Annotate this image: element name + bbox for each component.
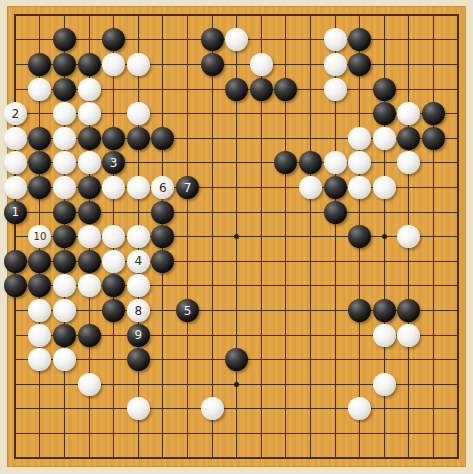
stone-black bbox=[127, 348, 150, 371]
stone-white bbox=[324, 151, 347, 174]
go-board[interactable]: 23671104859 bbox=[7, 6, 466, 467]
move-number-label: 5 bbox=[184, 305, 192, 317]
stone-white bbox=[102, 53, 125, 76]
stone-white bbox=[53, 127, 76, 150]
stone-black bbox=[127, 127, 150, 150]
stone-black bbox=[53, 53, 76, 76]
stone-white bbox=[299, 176, 322, 199]
stone-white bbox=[324, 78, 347, 101]
stone-black-move-5: 5 bbox=[176, 299, 199, 322]
stone-black bbox=[250, 78, 273, 101]
stone-black bbox=[151, 201, 174, 224]
stone-black bbox=[225, 348, 248, 371]
move-number-label: 8 bbox=[134, 305, 142, 317]
stone-black bbox=[422, 102, 445, 125]
stone-white bbox=[348, 176, 371, 199]
stone-white bbox=[127, 102, 150, 125]
stone-black bbox=[4, 250, 27, 273]
stone-white bbox=[53, 274, 76, 297]
stone-black bbox=[373, 299, 396, 322]
stone-black bbox=[53, 225, 76, 248]
stone-black bbox=[78, 250, 101, 273]
stone-black bbox=[397, 299, 420, 322]
stone-white bbox=[397, 102, 420, 125]
stone-black bbox=[78, 53, 101, 76]
stone-white bbox=[78, 102, 101, 125]
stone-black bbox=[102, 28, 125, 51]
stone-white bbox=[373, 324, 396, 347]
stone-black-move-1: 1 bbox=[4, 201, 27, 224]
stone-black bbox=[324, 176, 347, 199]
stone-black bbox=[274, 151, 297, 174]
stone-black bbox=[201, 28, 224, 51]
stone-black bbox=[348, 299, 371, 322]
stone-black bbox=[151, 127, 174, 150]
stone-white bbox=[127, 274, 150, 297]
grid-line-vertical bbox=[310, 14, 311, 459]
stone-black bbox=[102, 274, 125, 297]
stone-black bbox=[102, 299, 125, 322]
stone-black bbox=[348, 53, 371, 76]
stone-white bbox=[127, 53, 150, 76]
stone-black bbox=[78, 324, 101, 347]
stone-white bbox=[324, 28, 347, 51]
stone-white bbox=[127, 397, 150, 420]
grid-line-horizontal bbox=[14, 408, 459, 409]
stone-white bbox=[127, 176, 150, 199]
stone-black bbox=[53, 78, 76, 101]
stone-white bbox=[348, 127, 371, 150]
stone-black bbox=[78, 127, 101, 150]
stone-black bbox=[373, 102, 396, 125]
screenshot-stage: 23671104859 bbox=[0, 0, 473, 474]
stone-white bbox=[397, 225, 420, 248]
stone-black bbox=[151, 225, 174, 248]
star-point bbox=[234, 234, 239, 239]
go-board-frame: 23671104859 bbox=[0, 0, 473, 474]
move-number-label: 3 bbox=[110, 157, 118, 169]
stone-white bbox=[4, 151, 27, 174]
move-number-label: 10 bbox=[34, 232, 47, 242]
stone-white bbox=[225, 28, 248, 51]
stone-white bbox=[127, 225, 150, 248]
stone-black bbox=[102, 127, 125, 150]
stone-black bbox=[201, 53, 224, 76]
stone-white-move-10: 10 bbox=[28, 225, 51, 248]
stone-black-move-3: 3 bbox=[102, 151, 125, 174]
stone-white bbox=[397, 324, 420, 347]
stone-white-move-4: 4 bbox=[127, 250, 150, 273]
stone-black-move-7: 7 bbox=[176, 176, 199, 199]
stone-white bbox=[78, 151, 101, 174]
stone-black bbox=[348, 225, 371, 248]
stone-white-move-6: 6 bbox=[151, 176, 174, 199]
stone-black bbox=[28, 274, 51, 297]
stone-white bbox=[28, 348, 51, 371]
stone-black bbox=[28, 127, 51, 150]
move-number-label: 9 bbox=[134, 329, 142, 341]
grid-line-vertical bbox=[433, 14, 434, 459]
move-number-label: 2 bbox=[11, 108, 19, 120]
stone-black bbox=[274, 78, 297, 101]
grid-line-vertical bbox=[457, 14, 459, 459]
move-number-label: 4 bbox=[134, 255, 142, 267]
stone-black bbox=[53, 250, 76, 273]
stone-white bbox=[102, 176, 125, 199]
stone-white bbox=[53, 151, 76, 174]
stone-white-move-8: 8 bbox=[127, 299, 150, 322]
move-number-label: 6 bbox=[159, 182, 167, 194]
stone-black bbox=[299, 151, 322, 174]
stone-black bbox=[373, 78, 396, 101]
move-number-label: 7 bbox=[184, 182, 192, 194]
stone-white bbox=[348, 151, 371, 174]
star-point bbox=[382, 234, 387, 239]
move-number-label: 1 bbox=[11, 206, 19, 218]
stone-black bbox=[28, 176, 51, 199]
stone-white bbox=[78, 225, 101, 248]
stone-black bbox=[422, 127, 445, 150]
stone-white bbox=[373, 127, 396, 150]
grid-line-horizontal bbox=[14, 457, 459, 459]
stone-white bbox=[78, 373, 101, 396]
stone-white bbox=[373, 373, 396, 396]
stone-white bbox=[53, 348, 76, 371]
stone-white bbox=[102, 225, 125, 248]
stone-white bbox=[373, 176, 396, 199]
stone-white bbox=[201, 397, 224, 420]
stone-white bbox=[28, 324, 51, 347]
stone-white bbox=[4, 127, 27, 150]
stone-white bbox=[53, 299, 76, 322]
stone-black bbox=[78, 201, 101, 224]
stone-white bbox=[348, 397, 371, 420]
stone-black bbox=[324, 201, 347, 224]
stone-black bbox=[28, 53, 51, 76]
stone-white bbox=[53, 176, 76, 199]
stone-black bbox=[225, 78, 248, 101]
stone-white bbox=[53, 102, 76, 125]
stone-white bbox=[28, 78, 51, 101]
star-point bbox=[234, 382, 239, 387]
stone-white bbox=[78, 274, 101, 297]
stone-white bbox=[250, 53, 273, 76]
grid-line-horizontal bbox=[14, 433, 459, 434]
stone-white bbox=[397, 151, 420, 174]
stone-black bbox=[28, 151, 51, 174]
stone-black bbox=[348, 28, 371, 51]
stone-white-move-2: 2 bbox=[4, 102, 27, 125]
stone-black bbox=[28, 250, 51, 273]
stone-black bbox=[78, 176, 101, 199]
stone-black bbox=[53, 324, 76, 347]
stone-white bbox=[102, 250, 125, 273]
stone-black bbox=[151, 250, 174, 273]
stone-black bbox=[53, 28, 76, 51]
stone-black bbox=[53, 201, 76, 224]
stone-black-move-9: 9 bbox=[127, 324, 150, 347]
stone-black bbox=[397, 127, 420, 150]
stone-white bbox=[78, 78, 101, 101]
stone-white bbox=[324, 53, 347, 76]
stone-black bbox=[4, 274, 27, 297]
stone-white bbox=[4, 176, 27, 199]
stone-white bbox=[28, 299, 51, 322]
